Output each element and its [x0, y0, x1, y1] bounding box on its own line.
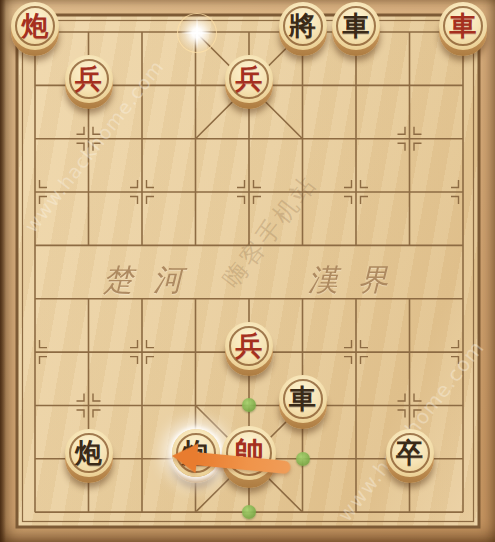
piece-black-車[interactable]: 車 — [279, 375, 327, 423]
piece-glyph: 車 — [279, 375, 327, 423]
piece-black-炮[interactable]: 炮 — [65, 429, 113, 477]
piece-red-車[interactable]: 車 — [439, 2, 487, 50]
piece-red-帥[interactable]: 帥 — [222, 426, 276, 480]
piece-glyph: 炮 — [65, 429, 113, 477]
piece-red-炮[interactable]: 炮 — [11, 2, 59, 50]
piece-red-兵[interactable]: 兵 — [225, 322, 273, 370]
move-origin-glow — [177, 13, 217, 53]
xiangqi-board-screen: 楚河 漢界 www.hackhome.com www.hackhome.com … — [0, 0, 495, 542]
move-target-dot[interactable] — [296, 452, 310, 466]
river-label-right: 漢界 — [308, 260, 408, 301]
piece-glyph: 車 — [332, 2, 380, 50]
piece-red-兵[interactable]: 兵 — [225, 55, 273, 103]
piece-glyph: 炮 — [172, 429, 220, 477]
piece-black-炮[interactable]: 炮 — [172, 429, 220, 477]
piece-black-車[interactable]: 車 — [332, 2, 380, 50]
piece-glyph: 車 — [439, 2, 487, 50]
piece-red-兵[interactable]: 兵 — [65, 55, 113, 103]
piece-black-將[interactable]: 將 — [279, 2, 327, 50]
piece-glyph: 將 — [279, 2, 327, 50]
piece-glyph: 兵 — [65, 55, 113, 103]
piece-glyph: 兵 — [225, 322, 273, 370]
piece-glyph: 炮 — [11, 2, 59, 50]
piece-glyph: 兵 — [225, 55, 273, 103]
piece-glyph: 帥 — [222, 426, 276, 480]
piece-black-卒[interactable]: 卒 — [386, 429, 434, 477]
river-label-left: 楚河 — [103, 260, 203, 301]
piece-glyph: 卒 — [386, 429, 434, 477]
